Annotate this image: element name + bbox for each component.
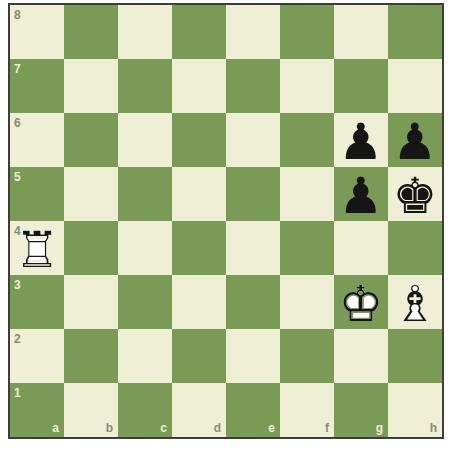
- square-h4[interactable]: [388, 221, 442, 275]
- square-g4[interactable]: [334, 221, 388, 275]
- square-f2[interactable]: [280, 329, 334, 383]
- black-king[interactable]: ♚: [388, 167, 442, 221]
- square-g7[interactable]: [334, 59, 388, 113]
- square-d2[interactable]: [172, 329, 226, 383]
- square-e6[interactable]: [226, 113, 280, 167]
- square-c6[interactable]: [118, 113, 172, 167]
- square-a2[interactable]: 2: [10, 329, 64, 383]
- file-label-h: h: [430, 422, 437, 434]
- file-label-b: b: [106, 422, 113, 434]
- square-a6[interactable]: 6: [10, 113, 64, 167]
- black-pawn[interactable]: ♟: [388, 113, 442, 167]
- square-b3[interactable]: [64, 275, 118, 329]
- black-pawn[interactable]: ♟: [334, 167, 388, 221]
- square-b1[interactable]: b: [64, 383, 118, 437]
- square-h8[interactable]: [388, 5, 442, 59]
- file-label-d: d: [214, 422, 221, 434]
- rank-label-8: 8: [14, 9, 21, 21]
- square-c3[interactable]: [118, 275, 172, 329]
- square-b5[interactable]: [64, 167, 118, 221]
- square-h3[interactable]: ♝♗: [388, 275, 442, 329]
- square-a8[interactable]: 8: [10, 5, 64, 59]
- square-d4[interactable]: [172, 221, 226, 275]
- square-c1[interactable]: c: [118, 383, 172, 437]
- square-d1[interactable]: d: [172, 383, 226, 437]
- square-g3[interactable]: ♚♔: [334, 275, 388, 329]
- white-bishop-glyph: ♗: [388, 277, 442, 331]
- rank-label-1: 1: [14, 387, 21, 399]
- square-g6[interactable]: ♟: [334, 113, 388, 167]
- board-grid: 876♟♟5♟♚4♜♖3♚♔♝♗21abcdefgh: [10, 5, 442, 437]
- square-c8[interactable]: [118, 5, 172, 59]
- square-c5[interactable]: [118, 167, 172, 221]
- square-e2[interactable]: [226, 329, 280, 383]
- square-d5[interactable]: [172, 167, 226, 221]
- square-e5[interactable]: [226, 167, 280, 221]
- square-e4[interactable]: [226, 221, 280, 275]
- rank-label-6: 6: [14, 117, 21, 129]
- square-g1[interactable]: g: [334, 383, 388, 437]
- black-pawn-glyph: ♟: [334, 115, 388, 169]
- rank-label-5: 5: [14, 171, 21, 183]
- file-label-e: e: [268, 422, 275, 434]
- square-c7[interactable]: [118, 59, 172, 113]
- black-pawn-glyph: ♟: [334, 169, 388, 223]
- square-a3[interactable]: 3: [10, 275, 64, 329]
- rank-label-7: 7: [14, 63, 21, 75]
- square-g5[interactable]: ♟: [334, 167, 388, 221]
- square-e1[interactable]: e: [226, 383, 280, 437]
- square-a5[interactable]: 5: [10, 167, 64, 221]
- square-h1[interactable]: h: [388, 383, 442, 437]
- square-h6[interactable]: ♟: [388, 113, 442, 167]
- square-a4[interactable]: 4♜♖: [10, 221, 64, 275]
- square-a1[interactable]: 1a: [10, 383, 64, 437]
- square-f7[interactable]: [280, 59, 334, 113]
- square-d7[interactable]: [172, 59, 226, 113]
- square-b8[interactable]: [64, 5, 118, 59]
- square-b4[interactable]: [64, 221, 118, 275]
- square-f6[interactable]: [280, 113, 334, 167]
- square-c2[interactable]: [118, 329, 172, 383]
- white-bishop[interactable]: ♝♗: [388, 275, 442, 329]
- square-e3[interactable]: [226, 275, 280, 329]
- file-label-c: c: [160, 422, 167, 434]
- square-f4[interactable]: [280, 221, 334, 275]
- square-b2[interactable]: [64, 329, 118, 383]
- file-label-g: g: [376, 422, 383, 434]
- square-b7[interactable]: [64, 59, 118, 113]
- rank-label-2: 2: [14, 333, 21, 345]
- square-b6[interactable]: [64, 113, 118, 167]
- black-king-glyph: ♚: [388, 169, 442, 223]
- square-d8[interactable]: [172, 5, 226, 59]
- white-king[interactable]: ♚♔: [334, 275, 388, 329]
- chess-board: 876♟♟5♟♚4♜♖3♚♔♝♗21abcdefgh: [8, 3, 444, 439]
- square-a7[interactable]: 7: [10, 59, 64, 113]
- file-label-a: a: [52, 422, 59, 434]
- square-f3[interactable]: [280, 275, 334, 329]
- square-f1[interactable]: f: [280, 383, 334, 437]
- black-pawn-glyph: ♟: [388, 115, 442, 169]
- square-d6[interactable]: [172, 113, 226, 167]
- square-e7[interactable]: [226, 59, 280, 113]
- square-f5[interactable]: [280, 167, 334, 221]
- square-f8[interactable]: [280, 5, 334, 59]
- rank-label-3: 3: [14, 279, 21, 291]
- square-d3[interactable]: [172, 275, 226, 329]
- white-rook[interactable]: ♜♖: [10, 221, 64, 275]
- square-h2[interactable]: [388, 329, 442, 383]
- file-label-f: f: [325, 422, 329, 434]
- square-h7[interactable]: [388, 59, 442, 113]
- square-g8[interactable]: [334, 5, 388, 59]
- white-rook-glyph: ♖: [10, 223, 64, 277]
- square-c4[interactable]: [118, 221, 172, 275]
- square-g2[interactable]: [334, 329, 388, 383]
- square-h5[interactable]: ♚: [388, 167, 442, 221]
- square-e8[interactable]: [226, 5, 280, 59]
- white-king-glyph: ♔: [334, 277, 388, 331]
- black-pawn[interactable]: ♟: [334, 113, 388, 167]
